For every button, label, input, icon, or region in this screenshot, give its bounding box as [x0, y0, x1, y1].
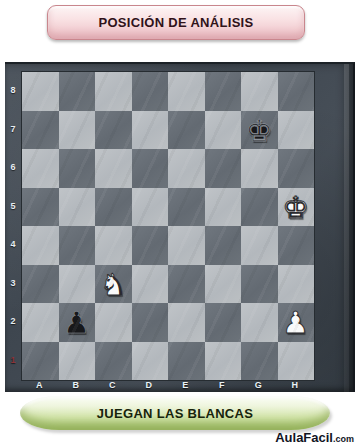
brand-name: AulaFacil [275, 430, 333, 444]
square-f5[interactable] [205, 188, 242, 227]
square-c4[interactable] [95, 226, 132, 265]
white-pawn[interactable]: ♟ [278, 303, 315, 342]
file-label-h: H [277, 379, 314, 391]
square-e3[interactable] [168, 265, 205, 304]
square-d2[interactable] [132, 303, 169, 342]
square-g7[interactable]: ♚ [241, 111, 278, 150]
square-g8[interactable] [241, 72, 278, 111]
square-b2[interactable]: ♟ [59, 303, 96, 342]
square-h3[interactable] [278, 265, 315, 304]
square-f4[interactable] [205, 226, 242, 265]
square-g5[interactable] [241, 188, 278, 227]
square-a1[interactable] [22, 342, 59, 381]
black-king[interactable]: ♚ [241, 111, 278, 150]
turn-banner: JUEGAN LAS BLANCAS [20, 396, 330, 430]
square-e4[interactable] [168, 226, 205, 265]
board-frame-highlight [344, 64, 349, 392]
square-a6[interactable] [22, 149, 59, 188]
file-labels: ABCDEFGH [21, 379, 313, 391]
square-g4[interactable] [241, 226, 278, 265]
square-b4[interactable] [59, 226, 96, 265]
rank-label-7: 7 [5, 110, 21, 149]
square-f6[interactable] [205, 149, 242, 188]
file-label-g: G [240, 379, 277, 391]
square-g1[interactable] [241, 342, 278, 381]
square-d7[interactable] [132, 111, 169, 150]
square-h2[interactable]: ♟ [278, 303, 315, 342]
square-c5[interactable] [95, 188, 132, 227]
square-b1[interactable] [59, 342, 96, 381]
file-label-b: B [58, 379, 95, 391]
square-c8[interactable] [95, 72, 132, 111]
square-h5[interactable]: ♚ [278, 188, 315, 227]
square-g2[interactable] [241, 303, 278, 342]
square-h7[interactable] [278, 111, 315, 150]
square-b3[interactable] [59, 265, 96, 304]
file-label-e: E [167, 379, 204, 391]
square-a4[interactable] [22, 226, 59, 265]
page-title: POSICIÓN DE ANÁLISIS [98, 15, 253, 30]
rank-label-3: 3 [5, 264, 21, 303]
chess-board: 87654321 ♚♚♞♟♟ ABCDEFGH [5, 62, 355, 392]
square-a2[interactable] [22, 303, 59, 342]
square-d3[interactable] [132, 265, 169, 304]
white-king[interactable]: ♚ [278, 188, 315, 227]
square-d6[interactable] [132, 149, 169, 188]
square-g6[interactable] [241, 149, 278, 188]
square-b7[interactable] [59, 111, 96, 150]
square-a3[interactable] [22, 265, 59, 304]
square-d1[interactable] [132, 342, 169, 381]
square-e1[interactable] [168, 342, 205, 381]
square-b6[interactable] [59, 149, 96, 188]
square-f2[interactable] [205, 303, 242, 342]
square-e8[interactable] [168, 72, 205, 111]
file-label-a: A [21, 379, 58, 391]
square-h1[interactable] [278, 342, 315, 381]
square-h4[interactable] [278, 226, 315, 265]
square-f8[interactable] [205, 72, 242, 111]
square-f7[interactable] [205, 111, 242, 150]
rank-label-5: 5 [5, 187, 21, 226]
square-a5[interactable] [22, 188, 59, 227]
square-f3[interactable] [205, 265, 242, 304]
black-pawn[interactable]: ♟ [59, 303, 96, 342]
file-label-d: D [131, 379, 168, 391]
square-g3[interactable] [241, 265, 278, 304]
square-e5[interactable] [168, 188, 205, 227]
page: POSICIÓN DE ANÁLISIS 87654321 ♚♚♞♟♟ ABCD… [0, 0, 358, 444]
turn-text: JUEGAN LAS BLANCAS [97, 406, 253, 421]
square-d8[interactable] [132, 72, 169, 111]
title-banner: POSICIÓN DE ANÁLISIS [47, 5, 305, 40]
board-grid: ♚♚♞♟♟ [21, 71, 315, 381]
square-d5[interactable] [132, 188, 169, 227]
rank-label-4: 4 [5, 225, 21, 264]
square-b8[interactable] [59, 72, 96, 111]
rank-label-2: 2 [5, 302, 21, 341]
square-c6[interactable] [95, 149, 132, 188]
square-e7[interactable] [168, 111, 205, 150]
square-c1[interactable] [95, 342, 132, 381]
square-c2[interactable] [95, 303, 132, 342]
square-c3[interactable]: ♞ [95, 265, 132, 304]
square-h8[interactable] [278, 72, 315, 111]
square-b5[interactable] [59, 188, 96, 227]
rank-label-8: 8 [5, 71, 21, 110]
square-a7[interactable] [22, 111, 59, 150]
square-e6[interactable] [168, 149, 205, 188]
square-d4[interactable] [132, 226, 169, 265]
square-e2[interactable] [168, 303, 205, 342]
file-label-c: C [94, 379, 131, 391]
brand-watermark: AulaFacil.com [275, 428, 354, 444]
square-a8[interactable] [22, 72, 59, 111]
white-knight[interactable]: ♞ [95, 265, 132, 304]
file-label-f: F [204, 379, 241, 391]
square-f1[interactable] [205, 342, 242, 381]
rank-label-6: 6 [5, 148, 21, 187]
square-h6[interactable] [278, 149, 315, 188]
brand-domain-suffix: .com [333, 434, 354, 444]
rank-label-1: 1 [5, 341, 21, 380]
square-c7[interactable] [95, 111, 132, 150]
rank-labels: 87654321 [5, 71, 21, 379]
